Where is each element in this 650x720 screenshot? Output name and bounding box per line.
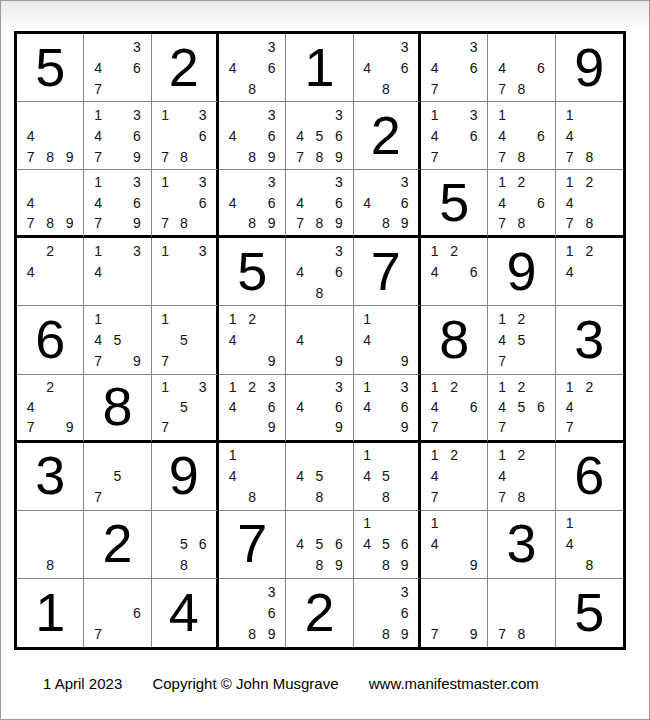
- cell-r3c1[interactable]: 4789: [17, 170, 84, 238]
- candidate-3: 3: [193, 240, 212, 261]
- cell-r8c5[interactable]: 45689: [286, 511, 353, 579]
- candidate-6: 6: [127, 602, 146, 623]
- candidate-5: 5: [108, 466, 127, 487]
- pencil-marks: 346789: [286, 170, 352, 235]
- given-digit: 8: [102, 379, 132, 433]
- cell-r3c4[interactable]: 34689: [219, 170, 286, 238]
- candidate-6: 6: [329, 193, 348, 213]
- given-digit: 3: [35, 448, 65, 502]
- given-digit: 1: [304, 40, 334, 94]
- pencil-marks: 4789: [17, 170, 83, 235]
- candidate-8: 8: [376, 213, 395, 233]
- candidate-5: 5: [174, 329, 193, 350]
- pencil-marks: 24: [17, 238, 83, 305]
- candidate-8: 8: [579, 213, 599, 233]
- candidate-6: 6: [127, 57, 146, 78]
- candidate-1: 1: [425, 104, 444, 125]
- candidate-8: 8: [512, 78, 531, 99]
- candidate-8: 8: [174, 213, 193, 233]
- candidate-1: 1: [358, 513, 377, 534]
- pencil-marks: 458: [286, 443, 352, 510]
- cell-r7c7[interactable]: 1247: [421, 443, 488, 511]
- candidate-8: 8: [310, 555, 329, 576]
- cell-r4c3[interactable]: 13: [152, 238, 219, 306]
- candidate-3: 3: [262, 104, 281, 125]
- candidate-6: 6: [464, 397, 483, 417]
- candidate-4: 4: [290, 125, 309, 146]
- given-digit: 9: [574, 40, 604, 94]
- pencil-marks: 78: [488, 579, 554, 647]
- cell-r9c6[interactable]: 3689: [354, 579, 421, 647]
- pencil-marks: 45689: [286, 511, 352, 578]
- candidate-2: 2: [40, 240, 59, 261]
- cell-r5c5[interactable]: 49: [286, 306, 353, 374]
- candidate-2: 2: [444, 377, 463, 397]
- candidate-7: 7: [290, 146, 309, 167]
- pencil-marks: 1458: [354, 443, 418, 510]
- header-band: [1, 1, 649, 28]
- candidate-3: 3: [127, 240, 146, 261]
- candidate-9: 9: [262, 417, 281, 437]
- candidate-9: 9: [395, 417, 414, 437]
- candidate-7: 7: [560, 417, 580, 437]
- candidate-3: 3: [127, 104, 146, 125]
- candidate-7: 7: [492, 624, 511, 645]
- candidate-4: 4: [492, 466, 511, 487]
- candidate-4: 4: [358, 397, 377, 417]
- cell-r7c1[interactable]: 3: [17, 443, 84, 511]
- pencil-marks: 4789: [17, 102, 83, 169]
- candidate-4: 4: [223, 193, 242, 213]
- candidate-8: 8: [174, 555, 193, 576]
- cell-r1c4[interactable]: 3468: [219, 34, 286, 102]
- candidate-9: 9: [262, 624, 281, 645]
- cell-r2c7[interactable]: 13467: [421, 102, 488, 170]
- cell-r7c2[interactable]: 57: [84, 443, 151, 511]
- given-digit: 9: [506, 244, 536, 298]
- pencil-marks: 13467: [421, 102, 487, 169]
- candidate-6: 6: [193, 534, 212, 555]
- cell-r7c8[interactable]: 12478: [488, 443, 555, 511]
- given-digit: 2: [304, 585, 334, 639]
- candidate-6: 6: [531, 125, 550, 146]
- candidate-6: 6: [531, 397, 550, 417]
- cell-r7c6[interactable]: 1458: [354, 443, 421, 511]
- pencil-marks: 568: [152, 511, 216, 578]
- candidate-8: 8: [174, 146, 193, 167]
- cell-r6c6[interactable]: 13469: [354, 375, 421, 443]
- candidate-2: 2: [579, 172, 599, 192]
- pencil-marks: 2479: [17, 375, 83, 440]
- pencil-marks: 1246: [421, 238, 487, 305]
- candidate-1: 1: [358, 377, 377, 397]
- candidate-4: 4: [560, 193, 580, 213]
- candidate-4: 4: [358, 329, 377, 350]
- cell-r5c1[interactable]: 6: [17, 306, 84, 374]
- candidate-4: 4: [425, 261, 444, 282]
- candidate-5: 5: [376, 466, 395, 487]
- candidate-4: 4: [425, 466, 444, 487]
- pencil-marks: 3468: [286, 238, 352, 305]
- cell-r8c7[interactable]: 149: [421, 511, 488, 579]
- given-digit: 5: [574, 585, 604, 639]
- candidate-4: 4: [492, 125, 511, 146]
- candidate-4: 4: [560, 534, 580, 555]
- footer: 1 April 2023 Copyright © John Musgrave w…: [43, 674, 539, 694]
- cell-r3c8[interactable]: 124678: [488, 170, 555, 238]
- footer-date: 1 April 2023: [43, 675, 122, 692]
- candidate-6: 6: [329, 534, 348, 555]
- candidate-8: 8: [310, 487, 329, 508]
- pencil-marks: 13678: [152, 170, 216, 235]
- candidate-1: 1: [223, 377, 242, 397]
- candidate-6: 6: [262, 193, 281, 213]
- cell-r3c6[interactable]: 34689: [354, 170, 421, 238]
- cell-r5c4[interactable]: 1249: [219, 306, 286, 374]
- pencil-marks: 3689: [354, 579, 418, 647]
- cell-r2c6[interactable]: 2: [354, 102, 421, 170]
- cell-r6c5[interactable]: 3469: [286, 375, 353, 443]
- candidate-7: 7: [492, 78, 511, 99]
- candidate-1: 1: [88, 240, 107, 261]
- cell-r1c7[interactable]: 3467: [421, 34, 488, 102]
- candidate-7: 7: [560, 213, 580, 233]
- cell-r9c2[interactable]: 67: [84, 579, 151, 647]
- candidate-4: 4: [290, 261, 309, 282]
- cell-r8c3[interactable]: 568: [152, 511, 219, 579]
- pencil-marks: 124: [556, 238, 623, 305]
- candidate-1: 1: [560, 377, 580, 397]
- candidate-3: 3: [464, 36, 483, 57]
- candidate-1: 1: [492, 445, 511, 466]
- candidate-3: 3: [262, 581, 281, 602]
- candidate-4: 4: [358, 57, 377, 78]
- cell-r4c5[interactable]: 3468: [286, 238, 353, 306]
- cell-r5c7[interactable]: 8: [421, 306, 488, 374]
- candidate-9: 9: [395, 351, 414, 372]
- cell-r3c9[interactable]: 12478: [556, 170, 623, 238]
- cell-r9c3[interactable]: 4: [152, 579, 219, 647]
- candidate-2: 2: [512, 377, 531, 397]
- cell-r3c2[interactable]: 134679: [84, 170, 151, 238]
- candidate-1: 1: [156, 377, 175, 397]
- cell-r9c1[interactable]: 1: [17, 579, 84, 647]
- cell-r5c3[interactable]: 157: [152, 306, 219, 374]
- cell-r9c4[interactable]: 3689: [219, 579, 286, 647]
- candidate-1: 1: [560, 104, 580, 125]
- candidate-6: 6: [395, 534, 414, 555]
- cell-r3c7[interactable]: 5: [421, 170, 488, 238]
- given-digit: 8: [439, 312, 469, 366]
- candidate-3: 3: [193, 377, 212, 397]
- candidate-4: 4: [223, 57, 242, 78]
- candidate-4: 4: [425, 397, 444, 417]
- pencil-marks: 124567: [488, 375, 554, 440]
- candidate-8: 8: [512, 146, 531, 167]
- candidate-1: 1: [492, 377, 511, 397]
- candidate-4: 4: [290, 466, 309, 487]
- cell-r8c6[interactable]: 145689: [354, 511, 421, 579]
- candidate-6: 6: [329, 125, 348, 146]
- candidate-6: 6: [464, 261, 483, 282]
- candidate-1: 1: [560, 172, 580, 192]
- given-digit: 4: [169, 585, 199, 639]
- cell-r6c9[interactable]: 1247: [556, 375, 623, 443]
- given-digit: 5: [237, 244, 267, 298]
- given-digit: 2: [371, 108, 401, 162]
- candidate-9: 9: [60, 417, 79, 437]
- pencil-marks: 134679: [84, 102, 150, 169]
- cell-r4c9[interactable]: 124: [556, 238, 623, 306]
- pencil-marks: 157: [152, 306, 216, 373]
- candidate-3: 3: [127, 36, 146, 57]
- pencil-marks: 149: [421, 511, 487, 578]
- candidate-3: 3: [464, 104, 483, 125]
- footer-copyright: Copyright © John Musgrave: [152, 675, 338, 692]
- cell-r8c4[interactable]: 7: [219, 511, 286, 579]
- candidate-6: 6: [395, 57, 414, 78]
- candidate-4: 4: [425, 125, 444, 146]
- cell-r2c1[interactable]: 4789: [17, 102, 84, 170]
- candidate-1: 1: [425, 377, 444, 397]
- candidate-1: 1: [223, 445, 242, 466]
- cell-r1c5[interactable]: 1: [286, 34, 353, 102]
- pencil-marks: 149: [354, 306, 418, 373]
- candidate-4: 4: [358, 466, 377, 487]
- cell-r4c2[interactable]: 134: [84, 238, 151, 306]
- given-digit: 1: [35, 585, 65, 639]
- candidate-8: 8: [242, 213, 261, 233]
- candidate-9: 9: [395, 555, 414, 576]
- cell-r8c9[interactable]: 148: [556, 511, 623, 579]
- given-digit: 3: [574, 312, 604, 366]
- pencil-marks: 12457: [488, 306, 554, 373]
- candidate-3: 3: [329, 104, 348, 125]
- pencil-marks: 3468: [354, 34, 418, 101]
- candidate-9: 9: [262, 351, 281, 372]
- cell-r2c8[interactable]: 14678: [488, 102, 555, 170]
- candidate-8: 8: [310, 213, 329, 233]
- cell-r8c8[interactable]: 3: [488, 511, 555, 579]
- pencil-marks: 148: [219, 443, 285, 510]
- cell-r3c3[interactable]: 13678: [152, 170, 219, 238]
- candidate-4: 4: [358, 534, 377, 555]
- candidate-4: 4: [88, 261, 107, 282]
- candidate-6: 6: [329, 397, 348, 417]
- candidate-7: 7: [88, 487, 107, 508]
- candidate-3: 3: [262, 377, 281, 397]
- cell-r4c4[interactable]: 5: [219, 238, 286, 306]
- candidate-2: 2: [242, 377, 261, 397]
- cell-r6c1[interactable]: 2479: [17, 375, 84, 443]
- cell-r1c9[interactable]: 9: [556, 34, 623, 102]
- candidate-6: 6: [262, 57, 281, 78]
- candidate-4: 4: [492, 397, 511, 417]
- candidate-7: 7: [88, 213, 107, 233]
- pencil-marks: 3456789: [286, 102, 352, 169]
- cell-r7c5[interactable]: 458: [286, 443, 353, 511]
- candidate-6: 6: [127, 193, 146, 213]
- cell-r2c2[interactable]: 134679: [84, 102, 151, 170]
- candidate-1: 1: [425, 445, 444, 466]
- cell-r5c8[interactable]: 12457: [488, 306, 555, 374]
- candidate-1: 1: [492, 308, 511, 329]
- candidate-4: 4: [492, 193, 511, 213]
- pencil-marks: 134: [84, 238, 150, 305]
- given-digit: 7: [371, 244, 401, 298]
- pencil-marks: 12467: [421, 375, 487, 440]
- pencil-marks: 13678: [152, 102, 216, 169]
- pencil-marks: 3467: [84, 34, 150, 101]
- candidate-3: 3: [329, 377, 348, 397]
- cell-r8c2[interactable]: 2: [84, 511, 151, 579]
- cell-r5c6[interactable]: 149: [354, 306, 421, 374]
- candidate-1: 1: [425, 513, 444, 534]
- pencil-marks: 1357: [152, 375, 216, 440]
- candidate-5: 5: [512, 397, 531, 417]
- candidate-9: 9: [127, 213, 146, 233]
- cell-r7c4[interactable]: 148: [219, 443, 286, 511]
- candidate-8: 8: [242, 624, 261, 645]
- candidate-4: 4: [223, 329, 242, 350]
- candidate-7: 7: [560, 146, 580, 167]
- pencil-marks: 1247: [556, 375, 623, 440]
- candidate-1: 1: [560, 240, 580, 261]
- candidate-9: 9: [395, 213, 414, 233]
- candidate-1: 1: [88, 308, 107, 329]
- candidate-4: 4: [88, 57, 107, 78]
- candidate-8: 8: [376, 487, 395, 508]
- candidate-5: 5: [174, 534, 193, 555]
- cell-r4c1[interactable]: 24: [17, 238, 84, 306]
- candidate-4: 4: [21, 397, 40, 417]
- candidate-4: 4: [492, 329, 511, 350]
- cell-r1c8[interactable]: 4678: [488, 34, 555, 102]
- candidate-4: 4: [223, 466, 242, 487]
- candidate-1: 1: [88, 104, 107, 125]
- given-digit: 2: [102, 516, 132, 570]
- candidate-7: 7: [88, 146, 107, 167]
- candidate-4: 4: [88, 125, 107, 146]
- candidate-5: 5: [310, 466, 329, 487]
- candidate-7: 7: [492, 146, 511, 167]
- cell-r8c1[interactable]: 8: [17, 511, 84, 579]
- candidate-6: 6: [262, 602, 281, 623]
- candidate-8: 8: [512, 624, 531, 645]
- cell-r1c3[interactable]: 2: [152, 34, 219, 102]
- candidate-9: 9: [60, 213, 79, 233]
- cell-r6c4[interactable]: 123469: [219, 375, 286, 443]
- candidate-4: 4: [223, 125, 242, 146]
- pencil-marks: 123469: [219, 375, 285, 440]
- given-digit: 3: [506, 516, 536, 570]
- candidate-5: 5: [310, 125, 329, 146]
- given-digit: 7: [237, 516, 267, 570]
- cell-r1c2[interactable]: 3467: [84, 34, 151, 102]
- candidate-6: 6: [193, 125, 212, 146]
- candidate-8: 8: [376, 624, 395, 645]
- candidate-9: 9: [262, 213, 281, 233]
- cell-r4c6[interactable]: 7: [354, 238, 421, 306]
- candidate-1: 1: [492, 104, 511, 125]
- cell-r9c9[interactable]: 5: [556, 579, 623, 647]
- cell-r9c5[interactable]: 2: [286, 579, 353, 647]
- candidate-9: 9: [127, 146, 146, 167]
- given-digit: 6: [35, 312, 65, 366]
- pencil-marks: 1247: [421, 443, 487, 510]
- pencil-marks: 145689: [354, 511, 418, 578]
- candidate-7: 7: [21, 146, 40, 167]
- candidate-2: 2: [444, 445, 463, 466]
- pencil-marks: 4678: [488, 34, 554, 101]
- pencil-marks: 134679: [84, 170, 150, 235]
- page: 5346723468134683467467894789134679136783…: [0, 0, 650, 720]
- candidate-4: 4: [560, 397, 580, 417]
- pencil-marks: 3468: [219, 34, 285, 101]
- cell-r2c4[interactable]: 34689: [219, 102, 286, 170]
- candidate-7: 7: [492, 417, 511, 437]
- candidate-3: 3: [329, 240, 348, 261]
- candidate-9: 9: [329, 417, 348, 437]
- candidate-9: 9: [395, 624, 414, 645]
- cell-r6c2[interactable]: 8: [84, 375, 151, 443]
- pencil-marks: 13469: [354, 375, 418, 440]
- cell-r6c7[interactable]: 12467: [421, 375, 488, 443]
- candidate-6: 6: [127, 125, 146, 146]
- candidate-9: 9: [60, 146, 79, 167]
- pencil-marks: 3467: [421, 34, 487, 101]
- cell-r2c9[interactable]: 1478: [556, 102, 623, 170]
- candidate-8: 8: [242, 487, 261, 508]
- candidate-7: 7: [492, 487, 511, 508]
- cell-r7c9[interactable]: 6: [556, 443, 623, 511]
- cell-r1c1[interactable]: 5: [17, 34, 84, 102]
- cell-r6c8[interactable]: 124567: [488, 375, 555, 443]
- cell-r3c5[interactable]: 346789: [286, 170, 353, 238]
- candidate-2: 2: [40, 377, 59, 397]
- candidate-3: 3: [395, 36, 414, 57]
- cell-r1c6[interactable]: 3468: [354, 34, 421, 102]
- candidate-2: 2: [444, 240, 463, 261]
- pencil-marks: 14678: [488, 102, 554, 169]
- pencil-marks: 3689: [219, 579, 285, 647]
- cell-r4c8[interactable]: 9: [488, 238, 555, 306]
- candidate-6: 6: [395, 397, 414, 417]
- candidate-6: 6: [329, 261, 348, 282]
- candidate-3: 3: [395, 581, 414, 602]
- pencil-marks: 124678: [488, 170, 554, 235]
- pencil-marks: 67: [84, 579, 150, 647]
- cell-r4c7[interactable]: 1246: [421, 238, 488, 306]
- cell-r5c9[interactable]: 3: [556, 306, 623, 374]
- given-digit: 9: [169, 448, 199, 502]
- cell-r2c5[interactable]: 3456789: [286, 102, 353, 170]
- candidate-4: 4: [21, 193, 40, 213]
- candidate-5: 5: [174, 397, 193, 417]
- candidate-4: 4: [425, 57, 444, 78]
- candidate-6: 6: [464, 125, 483, 146]
- cell-r2c3[interactable]: 13678: [152, 102, 219, 170]
- candidate-4: 4: [223, 397, 242, 417]
- candidate-3: 3: [127, 172, 146, 192]
- candidate-4: 4: [290, 329, 309, 350]
- candidate-8: 8: [40, 555, 59, 576]
- cell-r9c7[interactable]: 79: [421, 579, 488, 647]
- cell-r6c3[interactable]: 1357: [152, 375, 219, 443]
- cell-r7c3[interactable]: 9: [152, 443, 219, 511]
- cell-r5c2[interactable]: 14579: [84, 306, 151, 374]
- cell-r9c8[interactable]: 78: [488, 579, 555, 647]
